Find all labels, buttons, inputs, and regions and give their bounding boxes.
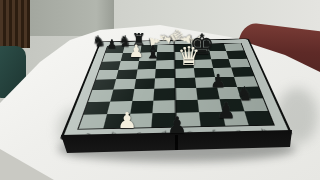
square-d3[interactable]	[154, 88, 176, 100]
captured-black-knight[interactable]: ♞	[91, 33, 106, 50]
square-h6[interactable]	[229, 58, 250, 67]
square-b5[interactable]	[116, 69, 137, 79]
square-d4[interactable]	[154, 78, 175, 89]
square-d5[interactable]	[155, 69, 175, 79]
piece-white-pawn-c2[interactable]: ♟	[117, 110, 137, 132]
square-h5[interactable]	[231, 67, 254, 77]
piece-black-bishop-d7[interactable]: ♝	[145, 43, 161, 61]
piece-black-pawn-d2[interactable]: ♟	[167, 114, 188, 137]
piece-black-knight-h4[interactable]: ♞	[236, 84, 253, 103]
square-e3[interactable]	[175, 88, 197, 100]
square-h1[interactable]	[245, 111, 274, 126]
photo-scene: abcdefgh ♞♟♞♜♟♝♛♟♜♚♟♝♛♟♞♟♟♟	[0, 0, 320, 180]
piece-white-queen-f7[interactable]: ♛	[177, 43, 200, 69]
square-b3[interactable]	[110, 89, 134, 101]
piece-white-pawn-c7[interactable]: ♟	[128, 43, 143, 60]
square-c4[interactable]	[134, 78, 155, 89]
piece-black-pawn-g5[interactable]: ♟	[210, 72, 226, 90]
square-c5[interactable]	[136, 69, 156, 79]
square-b4[interactable]	[113, 79, 135, 90]
wood-cabinet	[0, 0, 30, 48]
square-e4[interactable]	[175, 78, 196, 89]
square-d2[interactable]	[153, 100, 176, 113]
captured-black-pawn[interactable]: ♟	[107, 38, 118, 50]
square-c3[interactable]	[132, 89, 155, 101]
square-e2[interactable]	[175, 99, 198, 112]
piece-black-pawn-g3[interactable]: ♟	[216, 100, 236, 122]
